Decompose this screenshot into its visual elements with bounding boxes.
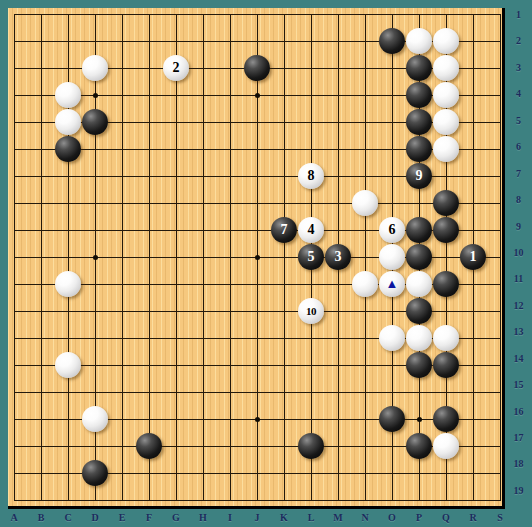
column-label: G — [165, 512, 187, 524]
white-stone[interactable]: 2 — [163, 55, 189, 81]
white-stone[interactable] — [406, 271, 432, 297]
white-stone[interactable] — [55, 109, 81, 135]
row-label: 13 — [506, 326, 531, 338]
stone-move-number: 1 — [460, 244, 486, 270]
black-stone[interactable] — [433, 190, 459, 216]
stone-move-number: 10 — [298, 298, 324, 324]
row-label: 14 — [506, 353, 531, 365]
white-stone[interactable]: 8 — [298, 163, 324, 189]
column-label: O — [381, 512, 403, 524]
black-stone[interactable] — [82, 109, 108, 135]
column-label: R — [462, 512, 484, 524]
white-stone[interactable]: ▲ — [379, 271, 405, 297]
black-stone[interactable] — [433, 217, 459, 243]
black-stone[interactable] — [379, 28, 405, 54]
hoshi-point — [93, 255, 98, 260]
white-stone[interactable] — [55, 271, 81, 297]
column-label: P — [408, 512, 430, 524]
black-stone[interactable] — [82, 460, 108, 486]
column-label: C — [57, 512, 79, 524]
black-stone[interactable] — [298, 433, 324, 459]
stone-move-number: 5 — [298, 244, 324, 270]
column-label: I — [219, 512, 241, 524]
white-stone[interactable] — [433, 28, 459, 54]
column-label: E — [111, 512, 133, 524]
column-label: S — [489, 512, 511, 524]
row-label: 6 — [506, 141, 531, 153]
grid-line-vertical — [500, 14, 501, 501]
column-label: M — [327, 512, 349, 524]
black-stone[interactable] — [55, 136, 81, 162]
hoshi-point — [417, 417, 422, 422]
column-label: N — [354, 512, 376, 524]
grid-line-horizontal — [14, 392, 501, 393]
black-stone[interactable] — [406, 298, 432, 324]
stone-move-number: 3 — [325, 244, 351, 270]
black-stone[interactable] — [406, 217, 432, 243]
black-stone[interactable] — [406, 244, 432, 270]
stone-move-number: 9 — [406, 163, 432, 189]
black-stone[interactable]: 5 — [298, 244, 324, 270]
white-stone[interactable] — [352, 271, 378, 297]
black-stone[interactable] — [406, 55, 432, 81]
black-stone[interactable] — [406, 82, 432, 108]
row-label: 11 — [506, 273, 531, 285]
white-stone[interactable] — [55, 352, 81, 378]
grid-line-vertical — [365, 14, 366, 501]
hoshi-point — [255, 417, 260, 422]
column-label: K — [273, 512, 295, 524]
white-stone[interactable] — [433, 109, 459, 135]
black-stone[interactable]: 1 — [460, 244, 486, 270]
row-label: 15 — [506, 379, 531, 391]
stone-move-number: 6 — [379, 217, 405, 243]
row-label: 2 — [506, 35, 531, 47]
white-stone[interactable] — [406, 325, 432, 351]
black-stone[interactable] — [136, 433, 162, 459]
row-label: 4 — [506, 88, 531, 100]
column-label: J — [246, 512, 268, 524]
row-label: 9 — [506, 221, 531, 233]
black-stone[interactable] — [433, 406, 459, 432]
white-stone[interactable]: 6 — [379, 217, 405, 243]
white-stone[interactable] — [379, 244, 405, 270]
white-stone[interactable] — [433, 55, 459, 81]
column-label: D — [84, 512, 106, 524]
white-stone[interactable] — [433, 136, 459, 162]
black-stone[interactable] — [406, 136, 432, 162]
black-stone[interactable] — [406, 352, 432, 378]
black-stone[interactable]: 3 — [325, 244, 351, 270]
white-stone[interactable] — [379, 325, 405, 351]
stone-move-number: 7 — [271, 217, 297, 243]
grid-line-horizontal — [14, 500, 501, 501]
row-label: 19 — [506, 485, 531, 497]
hoshi-point — [255, 93, 260, 98]
white-stone[interactable] — [433, 325, 459, 351]
go-diagram: 289746531▲101234567891011121314151617181… — [0, 0, 532, 527]
white-stone[interactable] — [433, 433, 459, 459]
row-label: 1 — [506, 9, 531, 21]
white-stone[interactable]: 4 — [298, 217, 324, 243]
row-label: 16 — [506, 406, 531, 418]
row-label: 12 — [506, 300, 531, 312]
stone-move-number: 8 — [298, 163, 324, 189]
row-label: 17 — [506, 432, 531, 444]
row-label: 8 — [506, 194, 531, 206]
column-label: B — [30, 512, 52, 524]
column-label: F — [138, 512, 160, 524]
white-stone[interactable] — [82, 55, 108, 81]
row-label: 7 — [506, 168, 531, 180]
black-stone[interactable] — [433, 352, 459, 378]
black-stone[interactable] — [406, 109, 432, 135]
black-stone[interactable] — [406, 433, 432, 459]
stone-move-number: 2 — [163, 55, 189, 81]
black-stone[interactable]: 9 — [406, 163, 432, 189]
row-label: 18 — [506, 458, 531, 470]
black-stone[interactable] — [244, 55, 270, 81]
white-stone[interactable]: 10 — [298, 298, 324, 324]
stone-move-number: 4 — [298, 217, 324, 243]
row-label: 3 — [506, 62, 531, 74]
triangle-marker-icon: ▲ — [379, 271, 405, 297]
hoshi-point — [93, 93, 98, 98]
white-stone[interactable] — [433, 82, 459, 108]
column-label: L — [300, 512, 322, 524]
black-stone[interactable] — [379, 406, 405, 432]
black-stone[interactable]: 7 — [271, 217, 297, 243]
column-label: Q — [435, 512, 457, 524]
white-stone[interactable] — [406, 28, 432, 54]
hoshi-point — [255, 255, 260, 260]
column-label: H — [192, 512, 214, 524]
white-stone[interactable] — [352, 190, 378, 216]
white-stone[interactable] — [82, 406, 108, 432]
column-label: A — [3, 512, 25, 524]
row-label: 5 — [506, 115, 531, 127]
black-stone[interactable] — [433, 271, 459, 297]
white-stone[interactable] — [55, 82, 81, 108]
grid-line-vertical — [284, 14, 285, 501]
row-label: 10 — [506, 247, 531, 259]
